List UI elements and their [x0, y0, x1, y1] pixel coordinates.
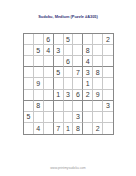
cell-r9c4: 7 [54, 123, 64, 134]
cell-r3c6 [73, 56, 83, 67]
cell-r8c7 [83, 112, 93, 123]
footer-url: www.printmysudoku.com [14, 166, 123, 170]
cell-r3c8 [93, 56, 103, 67]
cell-r1c9: 2 [103, 34, 113, 45]
cell-r9c8: 2 [93, 123, 103, 134]
cell-r8c5 [64, 112, 74, 123]
cell-r4c1 [24, 67, 34, 78]
cell-r6c4: 1 [54, 90, 64, 101]
cell-r9c9 [103, 123, 113, 134]
cell-r2c5 [64, 45, 74, 56]
cell-r7c4 [54, 101, 64, 112]
cell-r9c6: 8 [73, 123, 83, 134]
cell-r1c4 [54, 34, 64, 45]
cell-r9c1 [24, 123, 34, 134]
cell-r1c2 [34, 34, 44, 45]
cell-r7c9: 3 [103, 101, 113, 112]
cell-r7c5 [64, 101, 74, 112]
cell-r4c4: 5 [54, 67, 64, 78]
cell-r4c6: 7 [73, 67, 83, 78]
cell-r4c7: 3 [83, 67, 93, 78]
cell-r2c1 [24, 45, 34, 56]
cell-r1c8 [93, 34, 103, 45]
cell-r8c4 [54, 112, 64, 123]
cell-r6c9 [103, 90, 113, 101]
page-title: Sudoku, Medium (Puzzle #A305) [15, 14, 121, 19]
cell-r2c2: 5 [34, 45, 44, 56]
cell-r7c1 [24, 101, 34, 112]
cell-r5c8 [93, 78, 103, 89]
cell-r2c7: 8 [83, 45, 93, 56]
cell-r4c5 [64, 67, 74, 78]
sudoku-board: 65254386457389113629835347182 [23, 33, 114, 135]
cell-r8c9 [103, 112, 113, 123]
cell-r7c8 [93, 101, 103, 112]
cell-r8c2 [34, 112, 44, 123]
cell-r4c8: 8 [93, 67, 103, 78]
cell-r6c6: 6 [73, 90, 83, 101]
cell-r1c7 [83, 34, 93, 45]
cell-r5c4 [54, 78, 64, 89]
cell-r8c3 [44, 112, 54, 123]
cell-r5c1 [24, 78, 34, 89]
cell-r9c7 [83, 123, 93, 134]
cell-r9c2: 4 [34, 123, 44, 134]
cell-r2c4: 3 [54, 45, 64, 56]
cell-r3c1 [24, 56, 34, 67]
cell-r1c6 [73, 34, 83, 45]
cell-r5c2: 9 [34, 78, 44, 89]
cell-r6c1 [24, 90, 34, 101]
cell-r5c9 [103, 78, 113, 89]
cell-r6c3 [44, 90, 54, 101]
cell-r3c2 [34, 56, 44, 67]
cell-r6c8: 9 [93, 90, 103, 101]
cell-r5c6 [73, 78, 83, 89]
cell-r5c5 [64, 78, 74, 89]
cell-r7c3 [44, 101, 54, 112]
cell-r8c6: 3 [73, 112, 83, 123]
cell-r3c5: 6 [64, 56, 74, 67]
cell-r8c8 [93, 112, 103, 123]
cell-r1c1 [24, 34, 34, 45]
cell-r3c7: 4 [83, 56, 93, 67]
cell-r7c6 [73, 101, 83, 112]
cell-r2c3: 4 [44, 45, 54, 56]
cell-r8c1: 5 [24, 112, 34, 123]
cell-r7c7 [83, 101, 93, 112]
cell-r6c5: 3 [64, 90, 74, 101]
cell-r2c8 [93, 45, 103, 56]
cell-r4c3 [44, 67, 54, 78]
cell-r4c9 [103, 67, 113, 78]
cell-r4c2 [34, 67, 44, 78]
cell-r2c9 [103, 45, 113, 56]
cell-r1c3: 6 [44, 34, 54, 45]
cell-r9c3 [44, 123, 54, 134]
cell-r3c9 [103, 56, 113, 67]
cell-r6c7: 2 [83, 90, 93, 101]
cell-r9c5: 1 [64, 123, 74, 134]
cell-r3c3 [44, 56, 54, 67]
cell-r2c6 [73, 45, 83, 56]
cell-r7c2: 8 [34, 101, 44, 112]
cell-r5c3 [44, 78, 54, 89]
cell-r5c7: 1 [83, 78, 93, 89]
cell-r6c2 [34, 90, 44, 101]
cell-r1c5: 5 [64, 34, 74, 45]
cell-r3c4 [54, 56, 64, 67]
